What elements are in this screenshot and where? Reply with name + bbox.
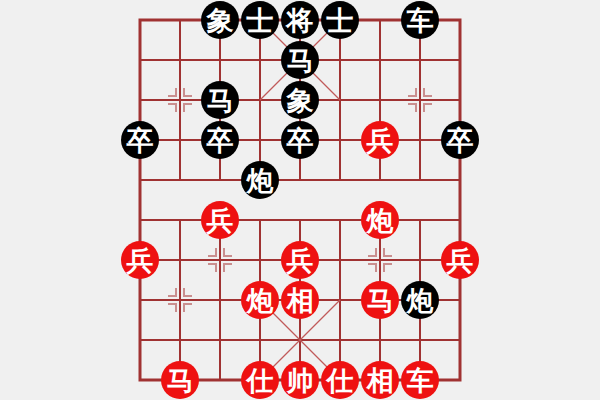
piece-black-elephant[interactable]: 象 xyxy=(201,1,239,39)
piece-red-soldier[interactable]: 兵 xyxy=(201,201,239,239)
piece-red-elephant[interactable]: 相 xyxy=(281,281,319,319)
piece-black-soldier[interactable]: 卒 xyxy=(441,121,479,159)
piece-black-advisor[interactable]: 士 xyxy=(241,1,279,39)
piece-black-chariot[interactable]: 车 xyxy=(401,1,439,39)
piece-black-general[interactable]: 将 xyxy=(281,1,319,39)
piece-red-advisor[interactable]: 仕 xyxy=(241,361,279,399)
piece-black-cannon[interactable]: 炮 xyxy=(241,161,279,199)
piece-black-cannon[interactable]: 炮 xyxy=(401,281,439,319)
piece-red-soldier[interactable]: 兵 xyxy=(441,241,479,279)
piece-red-soldier[interactable]: 兵 xyxy=(121,241,159,279)
piece-black-soldier[interactable]: 卒 xyxy=(121,121,159,159)
piece-red-general[interactable]: 帅 xyxy=(281,361,319,399)
piece-red-horse[interactable]: 马 xyxy=(161,361,199,399)
piece-black-elephant[interactable]: 象 xyxy=(281,81,319,119)
piece-red-cannon[interactable]: 炮 xyxy=(361,201,399,239)
piece-red-cannon[interactable]: 炮 xyxy=(241,281,279,319)
piece-black-soldier[interactable]: 卒 xyxy=(281,121,319,159)
xiangqi-board[interactable]: 象士将士车马马象卒卒卒兵卒炮兵炮兵兵兵炮相马炮马仕帅仕相车 xyxy=(0,0,600,400)
piece-black-horse[interactable]: 马 xyxy=(281,41,319,79)
piece-red-advisor[interactable]: 仕 xyxy=(321,361,359,399)
piece-red-elephant[interactable]: 相 xyxy=(361,361,399,399)
piece-red-horse[interactable]: 马 xyxy=(361,281,399,319)
piece-black-soldier[interactable]: 卒 xyxy=(201,121,239,159)
piece-red-chariot[interactable]: 车 xyxy=(401,361,439,399)
piece-grid[interactable]: 象士将士车马马象卒卒卒兵卒炮兵炮兵兵兵炮相马炮马仕帅仕相车 xyxy=(120,0,480,400)
piece-black-horse[interactable]: 马 xyxy=(201,81,239,119)
piece-red-soldier[interactable]: 兵 xyxy=(361,121,399,159)
piece-black-advisor[interactable]: 士 xyxy=(321,1,359,39)
piece-red-soldier[interactable]: 兵 xyxy=(281,241,319,279)
